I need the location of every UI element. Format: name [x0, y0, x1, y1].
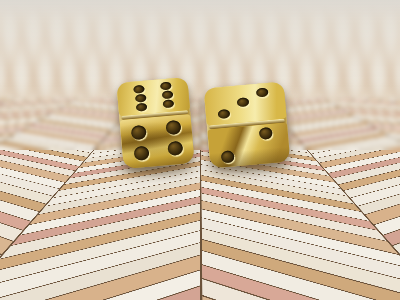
die-pip	[163, 99, 175, 108]
floor-clip	[0, 0, 400, 300]
die-pip	[165, 120, 181, 135]
die-pip	[136, 103, 148, 112]
die-pip	[255, 87, 268, 97]
die-pip	[236, 98, 249, 108]
left-die-top-face-six	[116, 77, 190, 116]
die-pip	[133, 85, 145, 94]
die-pip	[135, 94, 147, 103]
die-pip	[134, 146, 150, 161]
die-pip	[258, 126, 272, 139]
die-pip	[217, 109, 230, 119]
right-die-top-face-three	[204, 82, 287, 126]
die-pip	[220, 150, 234, 163]
die-pip	[160, 81, 172, 90]
right-die-front-face-two	[207, 123, 290, 169]
photo-scene	[0, 0, 400, 300]
right-brass-die	[204, 82, 291, 169]
die-pip	[161, 90, 173, 99]
die-pip	[131, 125, 147, 140]
chevron-parquet-floor	[0, 99, 400, 300]
left-brass-die	[116, 77, 194, 169]
left-die-front-face-four	[120, 114, 195, 169]
die-pip	[167, 141, 183, 156]
